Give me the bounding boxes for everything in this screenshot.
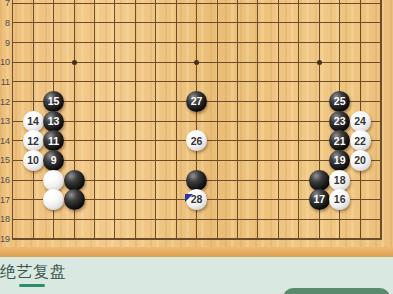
row-label: 14 <box>0 136 10 146</box>
grid-line-horizontal <box>12 81 382 82</box>
move-number: 9 <box>51 155 57 166</box>
stone-9[interactable]: 9 <box>43 150 64 171</box>
stone-15[interactable]: 15 <box>43 91 64 112</box>
move-number: 12 <box>27 136 39 147</box>
move-number: 25 <box>334 96 346 107</box>
move-number: 22 <box>354 136 366 147</box>
stone[interactable] <box>186 170 207 191</box>
move-number: 23 <box>334 116 346 127</box>
stone-26[interactable]: 26 <box>186 130 207 151</box>
grid-line-horizontal <box>12 3 382 4</box>
stone-27[interactable]: 27 <box>186 91 207 112</box>
move-number: 18 <box>334 175 346 186</box>
move-number: 24 <box>354 116 366 127</box>
move-number: 11 <box>48 136 59 147</box>
tab-active-indicator <box>19 284 45 287</box>
stone-19[interactable]: 19 <box>329 150 350 171</box>
stone-20[interactable]: 20 <box>350 150 371 171</box>
stone[interactable] <box>64 170 85 191</box>
grid-line-horizontal <box>12 121 382 122</box>
star-point <box>194 60 199 65</box>
row-label: 8 <box>0 18 10 28</box>
stone-10[interactable]: 10 <box>23 150 44 171</box>
stone-24[interactable]: 24 <box>350 111 371 132</box>
bottom-tab-bar: 绝艺复盘 <box>0 257 393 294</box>
move-number: 21 <box>334 136 346 147</box>
last-move-marker <box>185 194 193 202</box>
tab-jueyi-review[interactable]: 绝艺复盘 <box>0 257 80 294</box>
stone[interactable] <box>43 189 64 210</box>
stone-28[interactable]: 28 <box>186 189 207 210</box>
row-label: 11 <box>0 77 10 87</box>
stone-22[interactable]: 22 <box>350 130 371 151</box>
grid-line-horizontal <box>12 160 382 161</box>
row-label: 9 <box>0 38 10 48</box>
grid-line-horizontal <box>12 238 382 240</box>
row-label: 18 <box>0 214 10 224</box>
stone-12[interactable]: 12 <box>23 130 44 151</box>
row-label: 7 <box>0 0 10 8</box>
move-number: 10 <box>27 155 39 166</box>
stone-17[interactable]: 17 <box>309 189 330 210</box>
move-number: 20 <box>354 155 366 166</box>
stone[interactable] <box>43 170 64 191</box>
grid-line-horizontal <box>12 42 382 43</box>
tab-label: 绝艺复盘 <box>0 262 66 283</box>
stone[interactable] <box>64 189 85 210</box>
star-point <box>317 60 322 65</box>
stone-25[interactable]: 25 <box>329 91 350 112</box>
stone-21[interactable]: 21 <box>329 130 350 151</box>
move-number: 16 <box>334 194 346 205</box>
move-number: 26 <box>191 136 203 147</box>
stone-13[interactable]: 13 <box>43 111 64 132</box>
move-number: 15 <box>48 96 60 107</box>
move-number: 27 <box>191 96 203 107</box>
app-screen: 7891011121314151617181915141312111092726… <box>0 0 393 294</box>
stone[interactable] <box>309 170 330 191</box>
row-label: 12 <box>0 97 10 107</box>
row-label: 13 <box>0 116 10 126</box>
stone-18[interactable]: 18 <box>329 170 350 191</box>
star-point <box>72 60 77 65</box>
stone-23[interactable]: 23 <box>329 111 350 132</box>
move-number: 14 <box>27 116 39 127</box>
go-board[interactable]: 7891011121314151617181915141312111092726… <box>0 0 393 257</box>
move-number: 19 <box>334 155 346 166</box>
row-label: 15 <box>0 155 10 165</box>
stone-14[interactable]: 14 <box>23 111 44 132</box>
row-label: 10 <box>0 57 10 67</box>
move-number: 17 <box>313 194 325 205</box>
row-label: 17 <box>0 195 10 205</box>
stone-11[interactable]: 11 <box>43 130 64 151</box>
row-label: 19 <box>0 234 10 244</box>
bottom-action-button[interactable] <box>283 288 390 294</box>
grid-line-horizontal <box>12 22 382 23</box>
grid-line-horizontal <box>12 219 382 220</box>
board-bottom-edge <box>0 247 393 257</box>
row-label: 16 <box>0 175 10 185</box>
stone-16[interactable]: 16 <box>329 189 350 210</box>
move-number: 13 <box>48 116 60 127</box>
